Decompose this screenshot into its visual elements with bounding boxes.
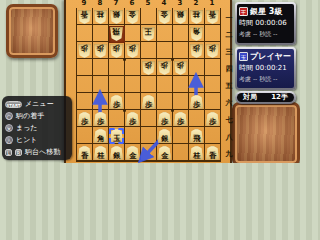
file-label: 9 (76, 0, 92, 7)
piece-gote-44[interactable]: 歩 (158, 61, 171, 75)
piece-gote-71[interactable]: 銀 (110, 10, 123, 24)
cpu-side-icon: 王 (239, 7, 248, 16)
piece-gote-54[interactable]: 歩 (142, 61, 155, 75)
piece-gote-83[interactable]: 歩 (94, 44, 107, 58)
piece-gote-13[interactable]: 歩 (206, 44, 219, 58)
move-counter: 対局 12手 (235, 91, 296, 104)
player-info-panel: 玉 プレイヤー 時間 00:00:21 考慮 -- 秒読 -- (235, 47, 296, 90)
piece-gote-11[interactable]: 香 (206, 10, 219, 24)
menu-item-label: まった (16, 123, 38, 133)
piece-gote-22[interactable]: 角 (190, 27, 203, 41)
gote-piece-stand[interactable] (6, 4, 58, 58)
player-name: プレイヤー (250, 51, 291, 62)
file-label: 1 (204, 0, 220, 7)
star-point (171, 109, 174, 112)
pad-button-icon: ○ (5, 112, 13, 120)
rank-label: 二 (223, 30, 235, 40)
piece-gote-21[interactable]: 桂 (190, 10, 203, 24)
rank-label: 七 (223, 115, 235, 125)
piece-gote-52[interactable]: 王 (142, 27, 155, 41)
piece-gote-91[interactable]: 香 (78, 10, 91, 24)
menu-item-label: 駒台へ移動 (25, 147, 60, 157)
piece-gote-81[interactable]: 桂 (94, 10, 107, 24)
piece-gote-61[interactable]: 金 (126, 10, 139, 24)
pad-button-icon: △ (5, 136, 13, 144)
star-point (171, 58, 174, 61)
rank-label: 六 (223, 98, 235, 108)
file-label: 5 (140, 0, 156, 7)
piece-gote-41[interactable]: 金 (158, 10, 171, 24)
menu-item-label: ヒント (16, 135, 38, 145)
rank-label: 九 (223, 149, 235, 159)
file-label: 3 (172, 0, 188, 7)
piece-cursor[interactable] (109, 128, 124, 144)
menu-item[interactable]: △ヒント (5, 134, 69, 146)
menu-item[interactable]: STARTメニュー (5, 98, 69, 110)
sente-piece-stand[interactable] (232, 102, 300, 163)
star-point (123, 58, 126, 61)
rank-label: 三 (223, 47, 235, 57)
rank-label: 五 (223, 81, 235, 91)
piece-gote-73[interactable]: 歩 (110, 44, 123, 58)
command-menu: STARTメニュー○駒の着手×まった△ヒントLR駒台へ移動 (2, 96, 72, 160)
file-label: 6 (124, 0, 140, 7)
piece-gote-23[interactable]: 歩 (190, 44, 203, 58)
player-time: 時間 00:00:21 (239, 63, 292, 74)
menu-item[interactable]: ×まった (5, 122, 69, 134)
pad-button-icon: × (5, 124, 13, 132)
move-count: 12手 (271, 93, 288, 102)
piece-gote-72[interactable]: 飛 (110, 27, 123, 41)
r-button-icon: R (15, 149, 22, 156)
cpu-consider: 考慮 -- 秒読 -- (239, 29, 292, 39)
rank-label: 四 (223, 64, 235, 74)
start-button-icon: START (5, 101, 22, 108)
cpu-time: 時間 00:00:06 (239, 18, 292, 29)
player-side-icon: 玉 (239, 52, 248, 61)
cpu-name: 銀星 3級 (250, 6, 282, 17)
player-consider: 考慮 -- 秒読 -- (239, 74, 292, 84)
piece-gote-34[interactable]: 歩 (174, 61, 187, 75)
l-button-icon: L (5, 149, 12, 156)
menu-item[interactable]: ○駒の着手 (5, 110, 69, 122)
file-label: 8 (92, 0, 108, 7)
rank-label: 八 (223, 132, 235, 142)
menu-item-label: メニュー (25, 99, 54, 109)
file-label: 7 (108, 0, 124, 7)
file-label: 2 (188, 0, 204, 7)
file-label: 4 (156, 0, 172, 7)
menu-item[interactable]: LR駒台へ移動 (5, 146, 69, 158)
piece-gote-93[interactable]: 歩 (78, 44, 91, 58)
piece-gote-31[interactable]: 銀 (174, 10, 187, 24)
menu-item-label: 駒の着手 (16, 111, 44, 121)
rank-label: 一 (223, 13, 235, 23)
match-label: 対局 (243, 93, 257, 102)
cpu-info-panel: 王 銀星 3級 時間 00:00:06 考慮 -- 秒読 -- (235, 2, 296, 45)
shogi-board[interactable]: 987654321 一二三四五六七八九 香桂銀金金銀桂香飛王角歩歩歩歩歩歩歩歩歩… (64, 0, 232, 163)
star-point (123, 109, 126, 112)
piece-gote-63[interactable]: 歩 (126, 44, 139, 58)
